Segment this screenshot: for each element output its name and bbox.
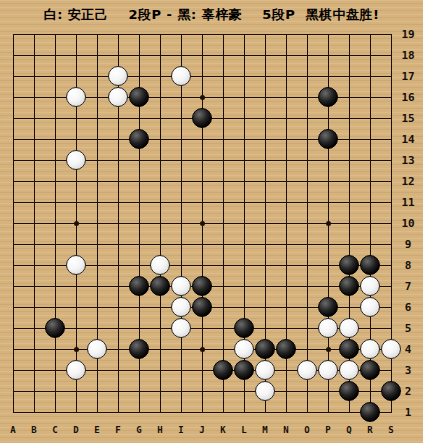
white-stone: [318, 360, 338, 380]
white-stone: [171, 66, 191, 86]
column-label: O: [299, 424, 315, 437]
column-label: S: [383, 424, 399, 437]
star-point: [200, 221, 205, 226]
white-stone: [108, 87, 128, 107]
column-label: G: [131, 424, 147, 437]
black-stone: [192, 297, 212, 317]
black-stone: [318, 87, 338, 107]
column-label: Q: [341, 424, 357, 437]
white-stone: [171, 318, 191, 338]
column-label: J: [194, 424, 210, 437]
row-label: 9: [395, 234, 421, 255]
star-point: [74, 347, 79, 352]
white-stone: [255, 360, 275, 380]
white-stone: [87, 339, 107, 359]
white-stone: [234, 339, 254, 359]
white-stone: [360, 339, 380, 359]
white-stone: [360, 276, 380, 296]
black-stone: [150, 276, 170, 296]
row-label: 3: [395, 360, 421, 381]
row-label: 11: [395, 192, 421, 213]
star-point: [74, 221, 79, 226]
star-point: [326, 221, 331, 226]
row-label: 13: [395, 150, 421, 171]
white-stone: [171, 297, 191, 317]
row-label: 19: [395, 24, 421, 45]
black-stone: [360, 360, 380, 380]
row-label: 10: [395, 213, 421, 234]
column-label: M: [257, 424, 273, 437]
white-stone: [255, 381, 275, 401]
column-label: K: [215, 424, 231, 437]
white-stone: [150, 255, 170, 275]
white-stone: [66, 87, 86, 107]
column-label: H: [152, 424, 168, 437]
column-label: L: [236, 424, 252, 437]
column-label: I: [173, 424, 189, 437]
white-stone: [108, 66, 128, 86]
black-stone: [234, 360, 254, 380]
black-stone: [339, 276, 359, 296]
white-stone: [66, 360, 86, 380]
white-stone: [339, 360, 359, 380]
white-stone: [360, 297, 380, 317]
black-stone: [318, 129, 338, 149]
row-label: 15: [395, 108, 421, 129]
black-stone: [318, 297, 338, 317]
black-stone: [213, 360, 233, 380]
row-label: 1: [395, 402, 421, 423]
row-label: 6: [395, 297, 421, 318]
row-label: 8: [395, 255, 421, 276]
row-label: 14: [395, 129, 421, 150]
white-stone: [381, 339, 401, 359]
black-stone: [276, 339, 296, 359]
star-point: [200, 347, 205, 352]
white-stone: [66, 150, 86, 170]
black-stone: [339, 339, 359, 359]
column-label: B: [26, 424, 42, 437]
star-point: [200, 95, 205, 100]
column-label: R: [362, 424, 378, 437]
game-info-text: 白: 安正己 2段P - 黑: 辜梓豪 5段P 黑棋中盘胜!: [44, 6, 380, 24]
white-stone: [66, 255, 86, 275]
column-label: C: [47, 424, 63, 437]
black-stone: [129, 339, 149, 359]
column-label: E: [89, 424, 105, 437]
white-stone: [171, 276, 191, 296]
black-stone: [129, 87, 149, 107]
row-label: 17: [395, 66, 421, 87]
row-label: 7: [395, 276, 421, 297]
star-point: [326, 347, 331, 352]
game-info-header: 白: 安正己 2段P - 黑: 辜梓豪 5段P 黑棋中盘胜!: [0, 0, 423, 30]
column-label: P: [320, 424, 336, 437]
column-label: F: [110, 424, 126, 437]
go-game-viewer: 白: 安正己 2段P - 黑: 辜梓豪 5段P 黑棋中盘胜! ABCDEFGHI…: [0, 0, 423, 443]
black-stone: [360, 255, 380, 275]
black-stone: [360, 402, 380, 422]
black-stone: [129, 276, 149, 296]
row-label: 16: [395, 87, 421, 108]
row-label: 5: [395, 318, 421, 339]
black-stone: [45, 318, 65, 338]
row-label: 18: [395, 45, 421, 66]
column-label: A: [5, 424, 21, 437]
black-stone: [192, 276, 212, 296]
black-stone: [192, 108, 212, 128]
black-stone: [234, 318, 254, 338]
black-stone: [129, 129, 149, 149]
row-label: 12: [395, 171, 421, 192]
black-stone: [255, 339, 275, 359]
white-stone: [318, 318, 338, 338]
black-stone: [339, 381, 359, 401]
black-stone: [339, 255, 359, 275]
white-stone: [339, 318, 359, 338]
white-stone: [297, 360, 317, 380]
column-label: D: [68, 424, 84, 437]
column-label: N: [278, 424, 294, 437]
black-stone: [381, 381, 401, 401]
